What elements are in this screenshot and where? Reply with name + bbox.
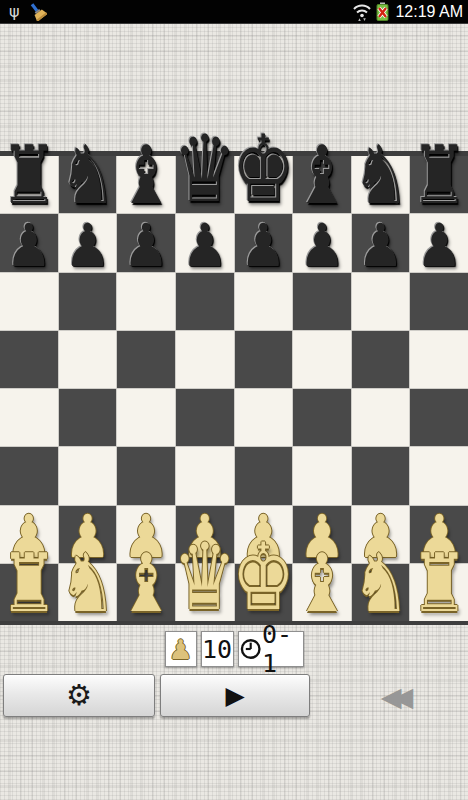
square-e6[interactable] [235, 273, 293, 330]
square-g3[interactable] [352, 447, 410, 504]
square-d4[interactable] [176, 389, 234, 446]
square-b3[interactable] [59, 447, 117, 504]
square-h3[interactable] [410, 447, 468, 504]
square-h7[interactable]: ♟ [410, 214, 468, 271]
square-g6[interactable] [352, 273, 410, 330]
square-a3[interactable] [0, 447, 58, 504]
square-b6[interactable] [59, 273, 117, 330]
square-f1[interactable]: ♝ [293, 564, 351, 621]
level-box[interactable]: 10 [201, 631, 234, 667]
piece-indicator-box[interactable]: ♟ [165, 631, 197, 667]
piece-black-knight[interactable]: ♞ [59, 136, 116, 217]
square-a4[interactable] [0, 389, 58, 446]
square-f4[interactable] [293, 389, 351, 446]
square-f5[interactable] [293, 331, 351, 388]
level-value: 10 [202, 635, 232, 664]
square-a8[interactable]: ♜ [0, 156, 58, 213]
square-c7[interactable]: ♟ [117, 214, 175, 271]
square-g5[interactable] [352, 331, 410, 388]
piece-white-king[interactable]: ♚ [232, 532, 295, 624]
chess-board: ♜♞♝♛♚♝♞♜♟♟♟♟♟♟♟♟♟♟♟♟♟♟♟♟♜♞♝♛♚♝♞♜ [0, 151, 468, 625]
square-a6[interactable] [0, 273, 58, 330]
settings-button[interactable]: ⚙ [3, 674, 155, 717]
play-icon: ▶ [225, 683, 244, 708]
broom-icon [28, 2, 47, 21]
square-h8[interactable]: ♜ [410, 156, 468, 213]
square-d1[interactable]: ♛ [176, 564, 234, 621]
app-screen: ψ 12:19 AM [0, 0, 468, 800]
square-b5[interactable] [59, 331, 117, 388]
piece-white-knight[interactable]: ♞ [59, 543, 116, 624]
square-h4[interactable] [410, 389, 468, 446]
time-control-box[interactable]: 0-1 [238, 631, 304, 667]
piece-black-bishop[interactable]: ♝ [117, 136, 174, 217]
square-c6[interactable] [117, 273, 175, 330]
square-h1[interactable]: ♜ [410, 564, 468, 621]
square-b7[interactable]: ♟ [59, 214, 117, 271]
gear-icon: ⚙ [66, 681, 92, 710]
piece-white-rook[interactable]: ♜ [0, 543, 57, 624]
piece-black-king[interactable]: ♚ [232, 124, 295, 216]
rewind-button[interactable]: ◀◀ [372, 681, 422, 711]
rewind-icon: ◀◀ [381, 683, 414, 710]
piece-black-rook[interactable]: ♜ [0, 136, 57, 217]
piece-white-bishop[interactable]: ♝ [117, 543, 174, 624]
piece-black-pawn[interactable]: ♟ [240, 215, 287, 274]
clock-icon [239, 636, 262, 662]
square-b1[interactable]: ♞ [59, 564, 117, 621]
piece-black-pawn[interactable]: ♟ [416, 215, 463, 274]
battery-alert-icon [375, 1, 390, 22]
status-bar: ψ 12:19 AM [0, 0, 468, 24]
status-time: 12:19 AM [395, 3, 463, 21]
square-c3[interactable] [117, 447, 175, 504]
control-bar: ⚙ ▶ ◀◀ [0, 674, 468, 717]
square-f7[interactable]: ♟ [293, 214, 351, 271]
square-h5[interactable] [410, 331, 468, 388]
square-b8[interactable]: ♞ [59, 156, 117, 213]
usb-icon: ψ [9, 0, 20, 24]
square-e5[interactable] [235, 331, 293, 388]
square-g4[interactable] [352, 389, 410, 446]
square-a5[interactable] [0, 331, 58, 388]
square-g8[interactable]: ♞ [352, 156, 410, 213]
square-b4[interactable] [59, 389, 117, 446]
square-c5[interactable] [117, 331, 175, 388]
square-e3[interactable] [235, 447, 293, 504]
piece-white-rook[interactable]: ♜ [411, 543, 468, 624]
piece-black-queen[interactable]: ♛ [173, 124, 236, 216]
square-g7[interactable]: ♟ [352, 214, 410, 271]
square-c1[interactable]: ♝ [117, 564, 175, 621]
square-d5[interactable] [176, 331, 234, 388]
piece-black-pawn[interactable]: ♟ [181, 215, 228, 274]
piece-white-knight[interactable]: ♞ [352, 543, 409, 624]
play-button[interactable]: ▶ [160, 674, 310, 717]
square-e4[interactable] [235, 389, 293, 446]
square-a7[interactable]: ♟ [0, 214, 58, 271]
piece-white-queen[interactable]: ♛ [173, 532, 236, 624]
piece-black-pawn[interactable]: ♟ [299, 215, 346, 274]
piece-black-pawn[interactable]: ♟ [357, 215, 404, 274]
square-f6[interactable] [293, 273, 351, 330]
piece-black-pawn[interactable]: ♟ [6, 215, 53, 274]
piece-white-bishop[interactable]: ♝ [293, 543, 350, 624]
square-c8[interactable]: ♝ [117, 156, 175, 213]
square-f8[interactable]: ♝ [293, 156, 351, 213]
square-d8[interactable]: ♛ [176, 156, 234, 213]
square-c4[interactable] [117, 389, 175, 446]
piece-black-pawn[interactable]: ♟ [123, 215, 170, 274]
square-d6[interactable] [176, 273, 234, 330]
piece-black-bishop[interactable]: ♝ [293, 136, 350, 217]
info-bar: ♟ 10 0-1 [0, 631, 468, 667]
square-a1[interactable]: ♜ [0, 564, 58, 621]
piece-black-knight[interactable]: ♞ [352, 136, 409, 217]
square-f3[interactable] [293, 447, 351, 504]
square-g1[interactable]: ♞ [352, 564, 410, 621]
wifi-icon [352, 2, 372, 22]
square-e1[interactable]: ♚ [235, 564, 293, 621]
square-d7[interactable]: ♟ [176, 214, 234, 271]
square-h6[interactable] [410, 273, 468, 330]
white-pawn-icon: ♟ [168, 636, 192, 663]
square-d3[interactable] [176, 447, 234, 504]
piece-black-rook[interactable]: ♜ [411, 136, 468, 217]
square-e7[interactable]: ♟ [235, 214, 293, 271]
square-e8[interactable]: ♚ [235, 156, 293, 213]
piece-black-pawn[interactable]: ♟ [64, 215, 111, 274]
